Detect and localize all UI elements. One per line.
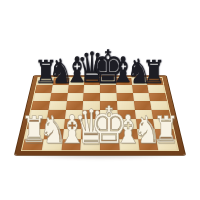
square-h4 bbox=[152, 110, 171, 119]
square-b8 bbox=[52, 78, 69, 85]
square-g7 bbox=[132, 85, 149, 93]
square-g5 bbox=[133, 101, 151, 110]
square-d2 bbox=[81, 129, 100, 139]
square-f1 bbox=[119, 139, 139, 150]
square-c7 bbox=[67, 85, 84, 93]
square-a2 bbox=[25, 129, 46, 139]
board-inlay-border bbox=[21, 77, 179, 151]
square-e8 bbox=[100, 78, 116, 85]
square-d6 bbox=[83, 93, 100, 101]
board-frame bbox=[15, 76, 185, 155]
square-a7 bbox=[35, 85, 53, 93]
square-d5 bbox=[83, 101, 100, 110]
square-h2 bbox=[155, 129, 176, 139]
square-a1 bbox=[22, 139, 43, 150]
square-g1 bbox=[138, 139, 159, 150]
square-h7 bbox=[148, 85, 166, 93]
square-f3 bbox=[118, 119, 137, 129]
square-b5 bbox=[48, 101, 66, 110]
square-f2 bbox=[118, 129, 137, 139]
square-f6 bbox=[116, 93, 133, 101]
square-d4 bbox=[82, 110, 100, 119]
square-c8 bbox=[68, 78, 84, 85]
square-b7 bbox=[51, 85, 68, 93]
square-g6 bbox=[133, 93, 151, 101]
board-grid bbox=[22, 78, 178, 151]
square-c4 bbox=[65, 110, 83, 119]
square-d1 bbox=[81, 139, 100, 150]
square-c3 bbox=[63, 119, 82, 129]
square-a3 bbox=[27, 119, 47, 129]
square-g4 bbox=[134, 110, 153, 119]
square-h5 bbox=[150, 101, 169, 110]
square-a5 bbox=[31, 101, 50, 110]
square-e3 bbox=[100, 119, 118, 129]
square-h1 bbox=[157, 139, 178, 150]
square-c1 bbox=[61, 139, 81, 150]
square-e2 bbox=[100, 129, 119, 139]
square-c6 bbox=[67, 93, 84, 101]
square-f5 bbox=[117, 101, 135, 110]
square-e4 bbox=[100, 110, 118, 119]
square-h8 bbox=[146, 78, 163, 85]
square-d7 bbox=[84, 85, 100, 93]
square-b6 bbox=[50, 93, 68, 101]
square-b1 bbox=[42, 139, 63, 150]
square-h6 bbox=[149, 93, 167, 101]
square-f4 bbox=[117, 110, 135, 119]
square-d8 bbox=[84, 78, 100, 85]
square-g8 bbox=[131, 78, 148, 85]
square-f7 bbox=[116, 85, 133, 93]
square-b2 bbox=[43, 129, 63, 139]
square-a8 bbox=[37, 78, 54, 85]
square-e1 bbox=[100, 139, 119, 150]
square-a4 bbox=[29, 110, 48, 119]
square-h3 bbox=[153, 119, 173, 129]
square-g3 bbox=[135, 119, 154, 129]
chess-board bbox=[15, 76, 185, 155]
square-e6 bbox=[100, 93, 117, 101]
square-e7 bbox=[100, 85, 116, 93]
square-g2 bbox=[137, 129, 157, 139]
square-b3 bbox=[45, 119, 64, 129]
square-d3 bbox=[82, 119, 100, 129]
product-photo: ♜♞♝♛♚♝♞♜♜♞♝♛♚♝♞♜ bbox=[0, 0, 200, 200]
square-a6 bbox=[33, 93, 51, 101]
square-b4 bbox=[47, 110, 66, 119]
square-f8 bbox=[115, 78, 131, 85]
square-c5 bbox=[66, 101, 84, 110]
square-e5 bbox=[100, 101, 117, 110]
square-c2 bbox=[62, 129, 81, 139]
